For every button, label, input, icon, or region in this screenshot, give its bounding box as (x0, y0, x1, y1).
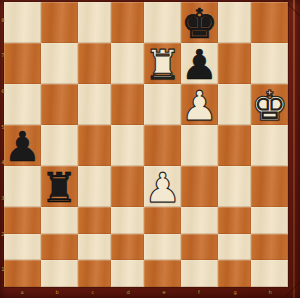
square-f2[interactable] (181, 234, 218, 261)
square-a7[interactable] (4, 43, 41, 84)
square-b6[interactable] (41, 84, 78, 125)
square-g7[interactable] (218, 43, 251, 84)
square-h2[interactable] (251, 234, 288, 261)
square-a6[interactable] (4, 84, 41, 125)
black-pawn[interactable]: ♟ (181, 45, 218, 86)
square-c8[interactable] (78, 2, 111, 43)
square-h1[interactable] (251, 260, 288, 287)
square-d4[interactable] (111, 166, 144, 207)
square-f1[interactable] (181, 260, 218, 287)
square-a8[interactable] (4, 2, 41, 43)
square-c6[interactable] (78, 84, 111, 125)
square-b2[interactable] (41, 234, 78, 261)
square-e3[interactable] (144, 207, 181, 234)
chess-board: ♚♜♟♟♚♟♜♟ (4, 2, 288, 287)
square-c3[interactable] (78, 207, 111, 234)
square-h4[interactable] (251, 166, 288, 207)
square-b5[interactable] (41, 125, 78, 166)
square-h5[interactable] (251, 125, 288, 166)
square-a3[interactable] (4, 207, 41, 234)
square-h8[interactable] (251, 2, 288, 43)
square-f7[interactable]: ♟ (181, 43, 218, 84)
square-a1[interactable] (4, 260, 41, 287)
square-b7[interactable] (41, 43, 78, 84)
square-g3[interactable] (218, 207, 251, 234)
square-b8[interactable] (41, 2, 78, 43)
square-e1[interactable] (144, 260, 181, 287)
square-e6[interactable] (144, 84, 181, 125)
square-f3[interactable] (181, 207, 218, 234)
square-d3[interactable] (111, 207, 144, 234)
square-d6[interactable] (111, 84, 144, 125)
square-h3[interactable] (251, 207, 288, 234)
square-e4[interactable]: ♟ (144, 166, 181, 207)
square-b4[interactable]: ♜ (41, 166, 78, 207)
white-pawn[interactable]: ♟ (181, 86, 218, 127)
square-d2[interactable] (111, 234, 144, 261)
square-c5[interactable] (78, 125, 111, 166)
square-e8[interactable] (144, 2, 181, 43)
white-pawn[interactable]: ♟ (144, 168, 181, 209)
square-g1[interactable] (218, 260, 251, 287)
square-g5[interactable] (218, 125, 251, 166)
square-f5[interactable] (181, 125, 218, 166)
square-h7[interactable] (251, 43, 288, 84)
black-rook[interactable]: ♜ (41, 168, 78, 209)
square-f8[interactable]: ♚ (181, 2, 218, 43)
square-e7[interactable]: ♜ (144, 43, 181, 84)
white-king[interactable]: ♚ (251, 86, 288, 127)
square-b1[interactable] (41, 260, 78, 287)
square-g6[interactable] (218, 84, 251, 125)
square-d1[interactable] (111, 260, 144, 287)
square-f4[interactable] (181, 166, 218, 207)
square-g4[interactable] (218, 166, 251, 207)
black-pawn[interactable]: ♟ (4, 127, 41, 168)
square-f6[interactable]: ♟ (181, 84, 218, 125)
square-c2[interactable] (78, 234, 111, 261)
white-rook[interactable]: ♜ (144, 45, 181, 86)
square-e5[interactable] (144, 125, 181, 166)
square-d7[interactable] (111, 43, 144, 84)
square-b3[interactable] (41, 207, 78, 234)
square-e2[interactable] (144, 234, 181, 261)
square-c1[interactable] (78, 260, 111, 287)
square-g2[interactable] (218, 234, 251, 261)
square-g8[interactable] (218, 2, 251, 43)
black-king[interactable]: ♚ (181, 4, 218, 45)
square-d8[interactable] (111, 2, 144, 43)
square-h6[interactable]: ♚ (251, 84, 288, 125)
chess-app: ♚♜♟♟♚♟♜♟ 87654321abcdefgh (0, 0, 300, 298)
square-a4[interactable] (4, 166, 41, 207)
square-c4[interactable] (78, 166, 111, 207)
square-a2[interactable] (4, 234, 41, 261)
square-d5[interactable] (111, 125, 144, 166)
frame-wood-grain (293, 0, 295, 298)
square-c7[interactable] (78, 43, 111, 84)
square-a5[interactable]: ♟ (4, 125, 41, 166)
